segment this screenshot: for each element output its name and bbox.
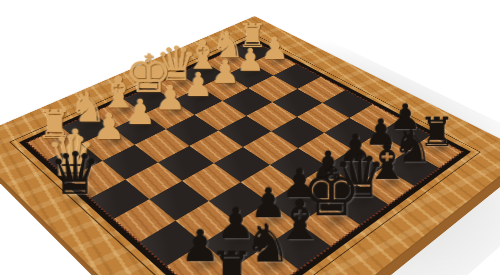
piece-glyph: ♟: [211, 56, 240, 88]
piece-glyph: ♟: [125, 95, 156, 130]
piece-glyph: ♟: [261, 33, 288, 64]
piece-glyph: ♜: [209, 244, 254, 275]
piece-glyph: ♟: [155, 81, 185, 115]
board-3d-plane: ♜♞♝♛♚♝♞♜♟♟♟♟♟♟♟♟♟♟♟♟♟♟♟♟♜♞♝♛♚♝♞♜♛♛: [0, 16, 500, 275]
piece-glyph: ♛: [48, 144, 100, 202]
piece-glyph: ♟: [236, 44, 264, 75]
chess-set-photo: ♜♞♝♛♚♝♞♜♟♟♟♟♟♟♟♟♟♟♟♟♟♟♟♟♜♞♝♛♚♝♞♜♛♛: [0, 0, 500, 275]
piece-glyph: ♟: [184, 68, 214, 101]
